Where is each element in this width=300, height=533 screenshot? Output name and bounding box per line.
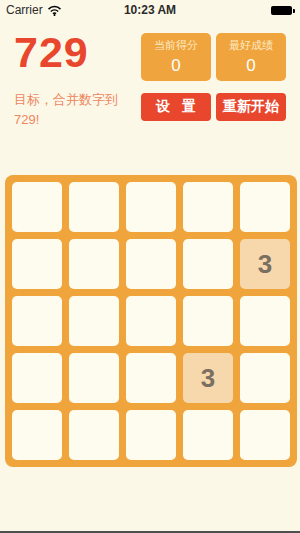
cell-r2c4 <box>240 296 290 346</box>
cell-r1c2 <box>126 239 176 289</box>
cell-r3c4 <box>240 353 290 403</box>
best-score-box: 最好成绩 0 <box>216 33 286 81</box>
cell-r3c1 <box>69 353 119 403</box>
settings-button[interactable]: 设 置 <box>141 93 211 121</box>
goal-text: 目标，合并数字到 729! <box>14 90 140 130</box>
cell-r0c0 <box>12 182 62 232</box>
cell-r2c2 <box>126 296 176 346</box>
tile-3-r3c3: 3 <box>183 353 233 403</box>
cell-r1c0 <box>12 239 62 289</box>
cell-r1c1 <box>69 239 119 289</box>
cell-r4c3 <box>183 410 233 460</box>
restart-button[interactable]: 重新开始 <box>216 93 286 121</box>
clock: 10:23 AM <box>0 3 300 17</box>
page-title: 729 <box>14 28 89 77</box>
cell-r0c3 <box>183 182 233 232</box>
cell-r2c0 <box>12 296 62 346</box>
cell-r4c2 <box>126 410 176 460</box>
cell-r4c0 <box>12 410 62 460</box>
cell-r1c3 <box>183 239 233 289</box>
cell-r4c1 <box>69 410 119 460</box>
cell-r3c0 <box>12 353 62 403</box>
current-score-label: 当前得分 <box>154 38 198 53</box>
cell-r4c4 <box>240 410 290 460</box>
cell-r0c1 <box>69 182 119 232</box>
cell-r2c1 <box>69 296 119 346</box>
best-score-value: 0 <box>246 56 255 76</box>
board[interactable]: 33 <box>5 175 297 467</box>
cell-r0c2 <box>126 182 176 232</box>
cell-r2c3 <box>183 296 233 346</box>
app-screen: Carrier 10:23 AM 729 目标，合并数字到 729! 当前得分 … <box>0 0 300 533</box>
best-score-label: 最好成绩 <box>229 38 273 53</box>
cell-r3c2 <box>126 353 176 403</box>
cell-r0c4 <box>240 182 290 232</box>
status-bar: Carrier 10:23 AM <box>0 0 300 20</box>
battery-icon <box>271 6 295 15</box>
tile-3-r1c4: 3 <box>240 239 290 289</box>
current-score-box: 当前得分 0 <box>141 33 211 81</box>
current-score-value: 0 <box>171 56 180 76</box>
